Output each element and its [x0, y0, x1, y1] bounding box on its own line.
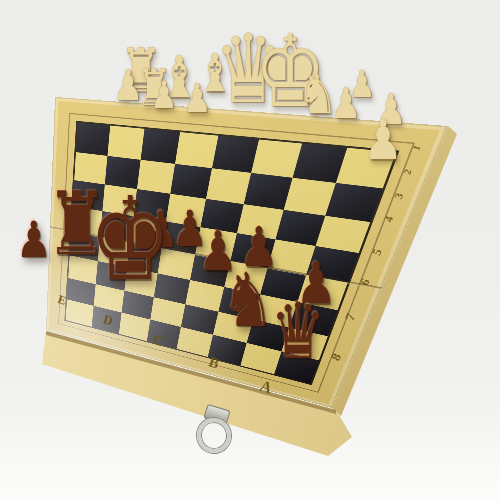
square — [140, 129, 180, 164]
white-pawn: ♟ — [363, 113, 402, 168]
square — [170, 164, 212, 199]
white-pawn: ♟ — [151, 77, 178, 115]
black-king: ♚ — [89, 183, 171, 298]
square — [107, 126, 144, 160]
black-knight: ♞ — [221, 262, 275, 337]
black-queen: ♛ — [270, 293, 326, 371]
white-pawn: ♟ — [183, 78, 212, 118]
photo-stage: EDCBA 12345678 ♟♜♜♟♝♟♝♛♚♞♟♟♟♟♟♜♚♟♟♟♟♞♟♛ — [0, 0, 500, 500]
scene: EDCBA 12345678 ♟♜♜♟♝♟♝♛♚♞♟♟♟♟♟♜♚♟♟♟♟♞♟♛ — [0, 0, 500, 500]
white-pawn: ♟ — [331, 82, 361, 125]
square — [76, 123, 110, 156]
